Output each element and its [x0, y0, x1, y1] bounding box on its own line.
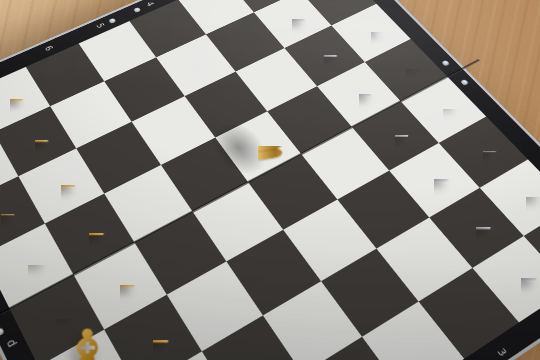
- photo-scene: hgfedcba1122334455667788♜♞♝♛♚♝♞♜♟♟♟♟♟♟♟♟…: [0, 0, 540, 360]
- chessboard: hgfedcba1122334455667788♜♞♝♛♚♝♞♜♟♟♟♟♟♟♟♟…: [0, 0, 540, 360]
- coin-face-design: [247, 84, 269, 102]
- piece-glyph: ♝: [42, 321, 134, 360]
- coin-top-face: [233, 77, 284, 112]
